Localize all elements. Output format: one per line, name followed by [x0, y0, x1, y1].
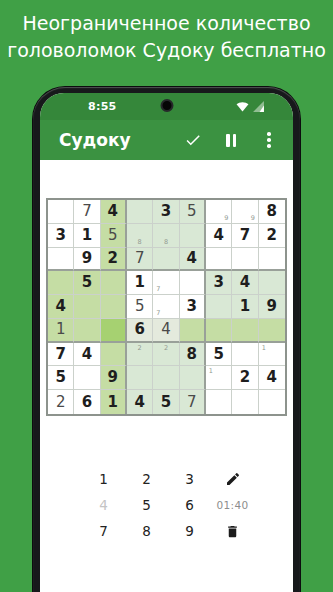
cell-r1c1[interactable] [48, 200, 74, 224]
given-digit: 4 [267, 370, 277, 385]
given-digit: 3 [161, 204, 171, 219]
note-digit: 2 [136, 344, 144, 352]
entered-digit: 1 [56, 322, 66, 337]
cell-r7c6[interactable]: 8 [180, 343, 206, 367]
given-digit: 5 [161, 395, 171, 410]
cell-r4c7[interactable]: 3 [206, 271, 232, 295]
cell-r7c8[interactable] [232, 343, 258, 367]
cell-r3c7[interactable] [206, 248, 232, 272]
cell-r7c9[interactable]: 1 [259, 343, 285, 367]
cell-r1c4[interactable] [127, 200, 153, 224]
pencil-icon [225, 471, 241, 487]
entered-digit: 7 [82, 204, 92, 219]
cell-r3c1[interactable] [48, 248, 74, 272]
pencil-notes: 1 [260, 344, 284, 365]
check-icon [184, 131, 202, 149]
promo-banner: Неограниченное количество головоломок Су… [0, 0, 333, 64]
promo-line-1: Неограниченное количество [0, 10, 333, 37]
entered-digit: 7 [135, 251, 145, 266]
entered-digit: 5 [108, 228, 118, 243]
cell-r5c9[interactable]: 9 [259, 295, 285, 319]
cell-r4c4[interactable]: 1 [127, 271, 153, 295]
cell-r9c1[interactable]: 2 [48, 390, 74, 414]
pencil-notes: 1 [207, 367, 230, 388]
given-digit: 9 [82, 251, 92, 266]
app-bar: Судоку [40, 120, 293, 160]
cell-r1c7[interactable]: 9 [206, 200, 232, 224]
cell-r4c5[interactable]: 7 [153, 271, 179, 295]
phone-mockup: 8:55 Судоку 743599831588472927451 [33, 87, 300, 592]
key-2[interactable]: 2 [142, 471, 151, 487]
note-digit: 1 [260, 344, 268, 352]
cell-signal-icon [252, 100, 265, 113]
cell-r2c2[interactable]: 1 [74, 224, 100, 248]
cell-r3c4[interactable]: 7 [127, 248, 153, 272]
cell-r8c2[interactable] [74, 366, 100, 390]
wifi-icon [236, 100, 249, 113]
trash-button[interactable] [221, 519, 245, 543]
given-digit: 9 [108, 370, 118, 385]
overflow-menu-icon [267, 132, 271, 148]
given-digit: 3 [55, 228, 65, 243]
cell-r3c8[interactable] [232, 248, 258, 272]
note-digit: 8 [162, 238, 170, 246]
app-title: Судоку [59, 130, 131, 150]
key-8[interactable]: 8 [142, 523, 151, 539]
pencil-notes: 7 [154, 296, 177, 317]
cell-r5c8[interactable]: 1 [232, 295, 258, 319]
given-digit: 3 [187, 299, 197, 314]
cell-r2c6[interactable] [180, 224, 206, 248]
given-digit: 1 [134, 275, 144, 290]
promo-line-2: головоломок Судоку бесплатно [0, 37, 333, 64]
cell-r6c6[interactable] [180, 319, 206, 343]
cell-r2c4[interactable]: 8 [127, 224, 153, 248]
cell-r1c5[interactable]: 3 [153, 200, 179, 224]
cell-r1c8[interactable]: 9 [232, 200, 258, 224]
cell-r6c7[interactable] [206, 319, 232, 343]
cell-r6c2[interactable] [74, 319, 100, 343]
cell-r6c8[interactable] [232, 319, 258, 343]
cell-r6c9[interactable] [259, 319, 285, 343]
note-digit: 9 [249, 214, 257, 222]
cell-r1c9[interactable]: 8 [259, 200, 285, 224]
cell-r8c5[interactable] [153, 366, 179, 390]
cell-r5c7[interactable] [206, 295, 232, 319]
pencil-notes: 9 [233, 201, 256, 222]
status-time: 8:55 [88, 100, 117, 113]
camera-hole [160, 99, 173, 112]
cell-r3c6[interactable]: 4 [180, 248, 206, 272]
cell-r5c5[interactable]: 7 [153, 295, 179, 319]
given-digit: 6 [82, 395, 92, 410]
cell-r2c3[interactable]: 5 [101, 224, 127, 248]
cell-r2c1[interactable]: 3 [48, 224, 74, 248]
given-digit: 4 [213, 228, 223, 243]
cell-r1c2[interactable]: 7 [74, 200, 100, 224]
cell-r1c6[interactable]: 5 [180, 200, 206, 224]
pencil-notes: 8 [154, 225, 177, 246]
cell-r9c3[interactable]: 1 [101, 390, 127, 414]
cell-r4c1[interactable] [48, 271, 74, 295]
status-bar: 8:55 [40, 93, 293, 120]
given-digit: 4 [82, 347, 92, 362]
given-digit: 6 [134, 322, 144, 337]
cell-r9c2[interactable]: 6 [74, 390, 100, 414]
check-button[interactable] [181, 128, 205, 152]
number-pad: 1 2 3 4 5 6 01:40 7 8 9 [82, 466, 254, 544]
cell-r3c3[interactable]: 2 [101, 248, 127, 272]
pencil-notes: 9 [207, 201, 230, 222]
key-3[interactable]: 3 [185, 471, 194, 487]
entered-digit: 5 [187, 204, 197, 219]
given-digit: 1 [82, 228, 92, 243]
entered-digit: 7 [187, 395, 197, 410]
cell-r6c4[interactable]: 6 [127, 319, 153, 343]
cell-r4c3[interactable] [101, 271, 127, 295]
cell-r4c6[interactable] [180, 271, 206, 295]
cell-r8c7[interactable]: 1 [206, 366, 232, 390]
cell-r8c6[interactable] [180, 366, 206, 390]
cell-r6c3[interactable] [101, 319, 127, 343]
cell-r7c7[interactable]: 5 [206, 343, 232, 367]
cell-r3c9[interactable] [259, 248, 285, 272]
cell-r8c9[interactable]: 4 [259, 366, 285, 390]
given-digit: 5 [213, 347, 223, 362]
cell-r6c5[interactable]: 4 [153, 319, 179, 343]
given-digit: 2 [108, 251, 118, 266]
cell-r9c6[interactable]: 7 [180, 390, 206, 414]
given-digit: 3 [213, 275, 223, 290]
cell-r5c2[interactable] [74, 295, 100, 319]
cell-r5c1[interactable]: 4 [48, 295, 74, 319]
pencil-notes: 7 [154, 272, 177, 293]
cell-r3c2[interactable]: 9 [74, 248, 100, 272]
pencil-button[interactable] [221, 467, 245, 491]
cell-r7c5[interactable]: 2 [153, 343, 179, 367]
cell-r9c5[interactable]: 5 [153, 390, 179, 414]
pencil-notes: 2 [128, 344, 151, 365]
phone-screen: 8:55 Судоку 743599831588472927451 [40, 93, 293, 592]
cell-r7c3[interactable] [101, 343, 127, 367]
cell-r4c8[interactable]: 4 [232, 271, 258, 295]
given-digit: 1 [240, 299, 250, 314]
cell-r2c8[interactable]: 7 [232, 224, 258, 248]
cell-r5c3[interactable] [101, 295, 127, 319]
cell-r2c9[interactable]: 2 [259, 224, 285, 248]
cell-r4c9[interactable] [259, 271, 285, 295]
cell-r2c5[interactable]: 8 [153, 224, 179, 248]
cell-r7c2[interactable]: 4 [74, 343, 100, 367]
key-6[interactable]: 6 [185, 497, 194, 513]
cell-r8c8[interactable]: 2 [232, 366, 258, 390]
cell-r9c7[interactable] [206, 390, 232, 414]
trash-icon [225, 524, 240, 539]
given-digit: 4 [134, 395, 144, 410]
cell-r3c5[interactable] [153, 248, 179, 272]
cell-r7c4[interactable]: 2 [127, 343, 153, 367]
given-digit: 8 [267, 204, 277, 219]
key-5[interactable]: 5 [142, 497, 151, 513]
cell-r2c7[interactable]: 4 [206, 224, 232, 248]
overflow-menu-button[interactable] [257, 128, 281, 152]
given-digit: 4 [108, 204, 118, 219]
given-digit: 2 [240, 370, 250, 385]
cell-r9c4[interactable]: 4 [127, 390, 153, 414]
given-digit: 1 [108, 395, 118, 410]
key-1[interactable]: 1 [99, 471, 108, 487]
given-digit: 4 [240, 275, 250, 290]
key-4[interactable]: 4 [99, 497, 108, 513]
given-digit: 5 [55, 370, 65, 385]
given-digit: 2 [267, 228, 277, 243]
cell-r8c1[interactable]: 5 [48, 366, 74, 390]
cell-r8c3[interactable]: 9 [101, 366, 127, 390]
sudoku-board: 7435998315884729274517344573191647422851… [46, 198, 287, 416]
cell-r1c3[interactable]: 4 [101, 200, 127, 224]
pencil-notes: 2 [154, 344, 177, 365]
pause-button[interactable] [219, 128, 243, 152]
key-9[interactable]: 9 [185, 523, 194, 539]
note-digit: 9 [223, 214, 231, 222]
given-digit: 4 [187, 251, 197, 266]
cell-r4c2[interactable]: 5 [74, 271, 100, 295]
note-digit: 7 [154, 285, 162, 293]
cell-r5c4[interactable]: 5 [127, 295, 153, 319]
entered-digit: 5 [135, 299, 145, 314]
given-digit: 4 [55, 299, 65, 314]
note-digit: 7 [154, 309, 162, 317]
pause-icon [226, 134, 236, 147]
cell-r7c1[interactable]: 7 [48, 343, 74, 367]
given-digit: 7 [240, 228, 250, 243]
cell-r6c1[interactable]: 1 [48, 319, 74, 343]
given-digit: 7 [55, 347, 65, 362]
pencil-notes: 8 [128, 225, 151, 246]
note-digit: 1 [207, 367, 215, 375]
given-digit: 8 [187, 347, 197, 362]
given-digit: 5 [82, 275, 92, 290]
cell-r5c6[interactable]: 3 [180, 295, 206, 319]
cell-r8c4[interactable] [127, 366, 153, 390]
note-digit: 8 [136, 238, 144, 246]
cell-r9c8[interactable] [232, 390, 258, 414]
key-7[interactable]: 7 [99, 523, 108, 539]
note-digit: 2 [162, 344, 170, 352]
given-digit: 9 [267, 299, 277, 314]
game-timer: 01:40 [217, 499, 249, 511]
cell-r9c9[interactable] [259, 390, 285, 414]
entered-digit: 4 [161, 322, 171, 337]
entered-digit: 2 [56, 395, 66, 410]
